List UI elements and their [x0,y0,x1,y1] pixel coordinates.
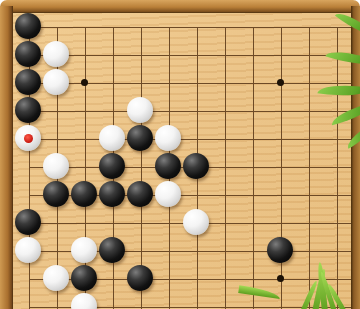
white-stone [43,69,69,95]
red-dot-marker [24,134,33,143]
black-stone [127,181,153,207]
white-stone [43,41,69,67]
white-stone [43,265,69,291]
black-stone [99,237,125,263]
black-stone [43,181,69,207]
black-stone [155,153,181,179]
black-stone [15,209,41,235]
black-stone [127,265,153,291]
go-board[interactable] [1,1,359,309]
star-point [277,79,284,86]
white-stone [99,125,125,151]
screenshot-stage [0,0,360,309]
board-frame-top [0,0,360,13]
black-stone [99,153,125,179]
white-stone [155,125,181,151]
white-stone [43,153,69,179]
board-frame-left [0,6,13,309]
white-stone [15,237,41,263]
star-point [81,79,88,86]
black-stone [15,97,41,123]
black-stone [127,125,153,151]
black-stone [15,13,41,39]
black-stone [267,237,293,263]
black-stone [71,181,97,207]
white-stone [127,97,153,123]
marked-white-stone [15,125,41,151]
black-stone [15,69,41,95]
white-stone [155,181,181,207]
white-stone [71,237,97,263]
black-stone [99,181,125,207]
star-point [277,275,284,282]
black-stone [71,265,97,291]
white-stone [183,209,209,235]
board-frame-right [351,6,360,309]
black-stone [183,153,209,179]
black-stone [15,41,41,67]
